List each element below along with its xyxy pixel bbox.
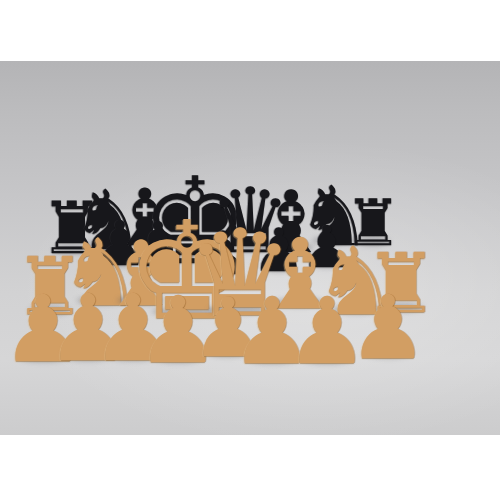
chess-set-photo: ♜♞♝♚♛♝♞♜♟♟♟♟♟♜♞♝♚♛♝♞♜♟♟♟♟♟♟♟♟ — [0, 0, 500, 500]
grey-backdrop: ♜♞♝♚♛♝♞♜♟♟♟♟♟♜♞♝♚♛♝♞♜♟♟♟♟♟♟♟♟ — [0, 61, 500, 435]
pieces-layer: ♜♞♝♚♛♝♞♜♟♟♟♟♟♜♞♝♚♛♝♞♜♟♟♟♟♟♟♟♟ — [0, 61, 500, 500]
white-pawn-8-piece: ♟ — [349, 284, 428, 372]
